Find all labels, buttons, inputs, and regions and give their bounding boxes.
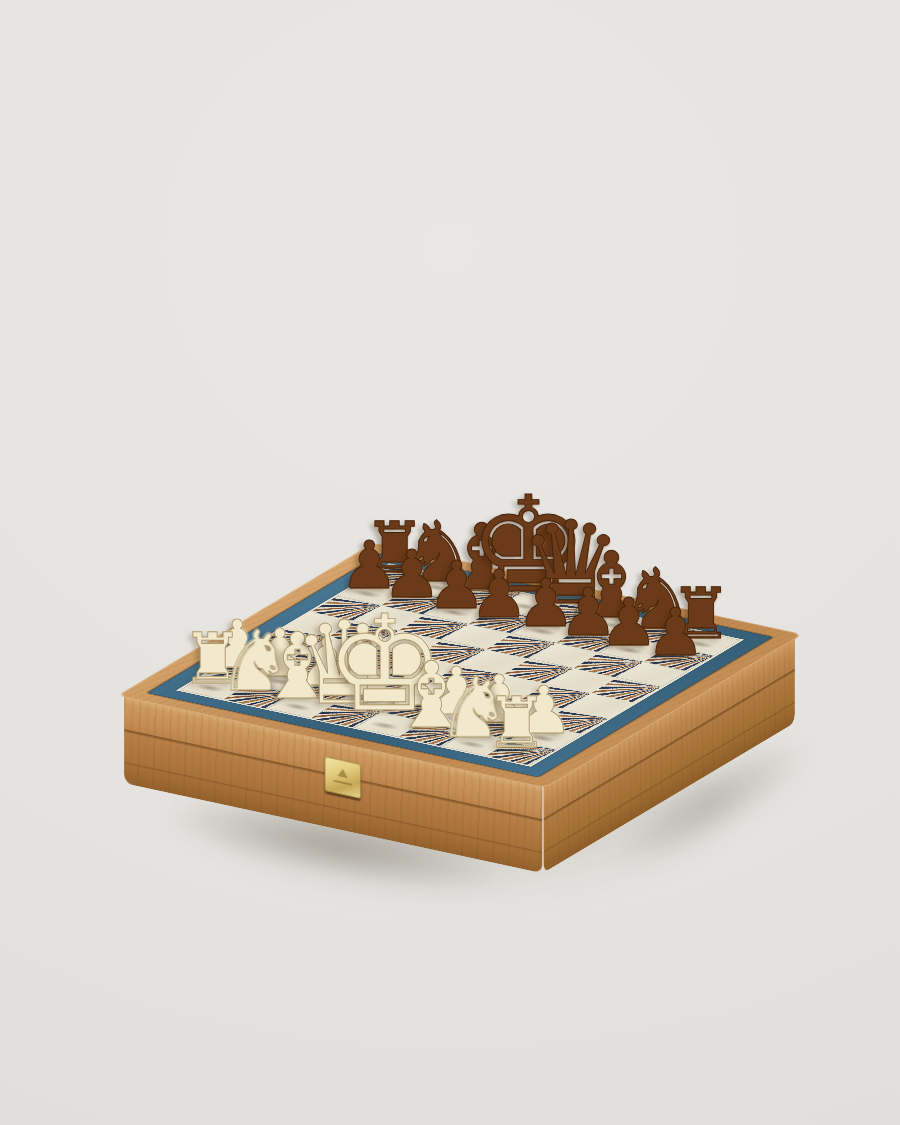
square-h1: ♜ (486, 740, 556, 765)
clasp-engraving (334, 780, 353, 786)
piece-white-rook-icon: ♜ (485, 688, 548, 758)
piece-black-pawn-icon: ♟ (646, 599, 705, 665)
clasp-triangle-logo-icon (338, 767, 348, 778)
product-photo-stage: ♜♞♝♚♛♝♞♜♟♟♟♟♟♟♟♟♟♟♟♟♟♟♟♟♜♞♝♛♚♝♞♜ (0, 0, 900, 1125)
chess-box-lid: ♜♞♝♚♛♝♞♜♟♟♟♟♟♟♟♟♟♟♟♟♟♟♟♟♜♞♝♛♚♝♞♜ (117, 542, 803, 788)
brass-clasp-icon (325, 756, 361, 798)
